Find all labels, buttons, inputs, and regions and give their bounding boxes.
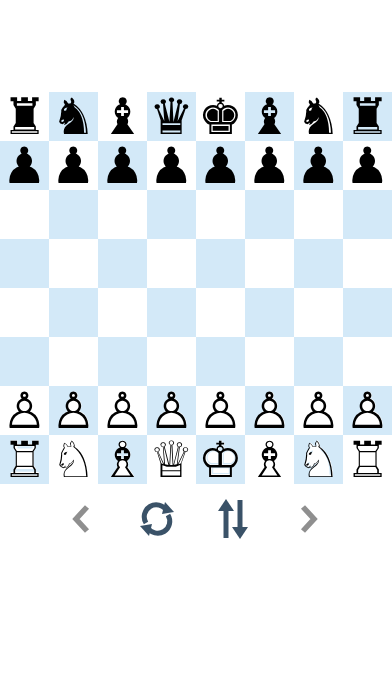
square-h1[interactable]: ♜♖ (343, 435, 392, 484)
white-pawn-outline: ♙ (98, 386, 147, 435)
black-pawn: ♟ (196, 141, 245, 190)
square-a6[interactable] (0, 190, 49, 239)
square-f6[interactable] (245, 190, 294, 239)
white-pawn: ♟♙ (49, 386, 98, 435)
white-queen: ♛♕ (147, 435, 196, 484)
black-pawn-glyph: ♟ (294, 141, 343, 190)
square-d2[interactable]: ♟♙ (147, 386, 196, 435)
square-f5[interactable] (245, 239, 294, 288)
square-c4[interactable] (98, 288, 147, 337)
black-pawn: ♟ (147, 141, 196, 190)
up-down-arrows-icon (216, 498, 250, 540)
chevron-left-icon (71, 504, 91, 534)
white-pawn-outline: ♙ (0, 386, 49, 435)
square-f4[interactable] (245, 288, 294, 337)
square-b8[interactable]: ♞ (49, 92, 98, 141)
black-knight: ♞ (49, 92, 98, 141)
square-d3[interactable] (147, 337, 196, 386)
white-pawn-outline: ♙ (196, 386, 245, 435)
square-h3[interactable] (343, 337, 392, 386)
white-pawn-outline: ♙ (245, 386, 294, 435)
square-e3[interactable] (196, 337, 245, 386)
square-g8[interactable]: ♞ (294, 92, 343, 141)
black-knight-glyph: ♞ (294, 92, 343, 141)
square-g4[interactable] (294, 288, 343, 337)
black-knight-glyph: ♞ (49, 92, 98, 141)
chess-app-screen: ♜♞♝♛♚♝♞♜♟♟♟♟♟♟♟♟♟♙♟♙♟♙♟♙♟♙♟♙♟♙♟♙♜♖♞♘♝♗♛♕… (0, 0, 392, 696)
next-button[interactable] (287, 497, 331, 541)
white-bishop-outline: ♗ (98, 435, 147, 484)
square-e5[interactable] (196, 239, 245, 288)
square-c6[interactable] (98, 190, 147, 239)
controls-bar (59, 497, 392, 541)
square-b5[interactable] (49, 239, 98, 288)
white-pawn-outline: ♙ (343, 386, 392, 435)
square-a7[interactable]: ♟ (0, 141, 49, 190)
square-a2[interactable]: ♟♙ (0, 386, 49, 435)
square-g3[interactable] (294, 337, 343, 386)
black-bishop-glyph: ♝ (98, 92, 147, 141)
white-bishop: ♝♗ (98, 435, 147, 484)
black-rook-glyph: ♜ (0, 92, 49, 141)
black-bishop: ♝ (98, 92, 147, 141)
square-b7[interactable]: ♟ (49, 141, 98, 190)
white-pawn-outline: ♙ (147, 386, 196, 435)
square-d8[interactable]: ♛ (147, 92, 196, 141)
square-b2[interactable]: ♟♙ (49, 386, 98, 435)
square-h8[interactable]: ♜ (343, 92, 392, 141)
black-bishop-glyph: ♝ (245, 92, 294, 141)
black-pawn-glyph: ♟ (49, 141, 98, 190)
chevron-right-icon (299, 504, 319, 534)
white-rook: ♜♖ (0, 435, 49, 484)
black-pawn-glyph: ♟ (98, 141, 147, 190)
square-c1[interactable]: ♝♗ (98, 435, 147, 484)
square-g7[interactable]: ♟ (294, 141, 343, 190)
square-g6[interactable] (294, 190, 343, 239)
square-h5[interactable] (343, 239, 392, 288)
black-pawn: ♟ (49, 141, 98, 190)
square-e8[interactable]: ♚ (196, 92, 245, 141)
square-g5[interactable] (294, 239, 343, 288)
square-b3[interactable] (49, 337, 98, 386)
square-a8[interactable]: ♜ (0, 92, 49, 141)
black-bishop: ♝ (245, 92, 294, 141)
square-g2[interactable]: ♟♙ (294, 386, 343, 435)
square-e1[interactable]: ♚♔ (196, 435, 245, 484)
square-f7[interactable]: ♟ (245, 141, 294, 190)
black-pawn-glyph: ♟ (245, 141, 294, 190)
square-b6[interactable] (49, 190, 98, 239)
white-king-outline: ♔ (196, 435, 245, 484)
black-knight: ♞ (294, 92, 343, 141)
swap-button[interactable] (211, 497, 255, 541)
square-d6[interactable] (147, 190, 196, 239)
square-b1[interactable]: ♞♘ (49, 435, 98, 484)
black-king-glyph: ♚ (196, 92, 245, 141)
white-knight-outline: ♘ (294, 435, 343, 484)
black-rook: ♜ (343, 92, 392, 141)
chess-board: ♜♞♝♛♚♝♞♜♟♟♟♟♟♟♟♟♟♙♟♙♟♙♟♙♟♙♟♙♟♙♟♙♜♖♞♘♝♗♛♕… (0, 92, 392, 484)
white-bishop: ♝♗ (245, 435, 294, 484)
square-h7[interactable]: ♟ (343, 141, 392, 190)
black-queen-glyph: ♛ (147, 92, 196, 141)
white-knight-outline: ♘ (49, 435, 98, 484)
square-e2[interactable]: ♟♙ (196, 386, 245, 435)
white-pawn: ♟♙ (98, 386, 147, 435)
square-c5[interactable] (98, 239, 147, 288)
square-h4[interactable] (343, 288, 392, 337)
white-pawn-outline: ♙ (294, 386, 343, 435)
refresh-icon (137, 499, 177, 539)
square-f3[interactable] (245, 337, 294, 386)
black-pawn: ♟ (0, 141, 49, 190)
previous-button[interactable] (59, 497, 103, 541)
white-pawn: ♟♙ (245, 386, 294, 435)
square-a5[interactable] (0, 239, 49, 288)
square-d1[interactable]: ♛♕ (147, 435, 196, 484)
white-pawn: ♟♙ (294, 386, 343, 435)
square-d4[interactable] (147, 288, 196, 337)
white-bishop-outline: ♗ (245, 435, 294, 484)
square-h6[interactable] (343, 190, 392, 239)
white-pawn: ♟♙ (147, 386, 196, 435)
white-rook: ♜♖ (343, 435, 392, 484)
square-f1[interactable]: ♝♗ (245, 435, 294, 484)
square-c7[interactable]: ♟ (98, 141, 147, 190)
white-rook-outline: ♖ (343, 435, 392, 484)
white-pawn: ♟♙ (0, 386, 49, 435)
black-pawn: ♟ (294, 141, 343, 190)
black-rook: ♜ (0, 92, 49, 141)
black-king: ♚ (196, 92, 245, 141)
black-pawn: ♟ (98, 141, 147, 190)
black-pawn: ♟ (343, 141, 392, 190)
white-pawn-outline: ♙ (49, 386, 98, 435)
square-f8[interactable]: ♝ (245, 92, 294, 141)
white-knight: ♞♘ (49, 435, 98, 484)
black-pawn-glyph: ♟ (0, 141, 49, 190)
square-e7[interactable]: ♟ (196, 141, 245, 190)
square-a1[interactable]: ♜♖ (0, 435, 49, 484)
square-f2[interactable]: ♟♙ (245, 386, 294, 435)
black-pawn-glyph: ♟ (343, 141, 392, 190)
white-pawn: ♟♙ (196, 386, 245, 435)
black-queen: ♛ (147, 92, 196, 141)
square-d5[interactable] (147, 239, 196, 288)
black-rook-glyph: ♜ (343, 92, 392, 141)
square-e4[interactable] (196, 288, 245, 337)
square-g1[interactable]: ♞♘ (294, 435, 343, 484)
square-b4[interactable] (49, 288, 98, 337)
white-king: ♚♔ (196, 435, 245, 484)
square-a4[interactable] (0, 288, 49, 337)
square-a3[interactable] (0, 337, 49, 386)
black-pawn: ♟ (245, 141, 294, 190)
black-pawn-glyph: ♟ (147, 141, 196, 190)
square-h2[interactable]: ♟♙ (343, 386, 392, 435)
black-pawn-glyph: ♟ (196, 141, 245, 190)
square-d7[interactable]: ♟ (147, 141, 196, 190)
white-pawn: ♟♙ (343, 386, 392, 435)
square-c8[interactable]: ♝ (98, 92, 147, 141)
refresh-button[interactable] (135, 497, 179, 541)
white-queen-outline: ♕ (147, 435, 196, 484)
square-c3[interactable] (98, 337, 147, 386)
white-knight: ♞♘ (294, 435, 343, 484)
square-e6[interactable] (196, 190, 245, 239)
square-c2[interactable]: ♟♙ (98, 386, 147, 435)
white-rook-outline: ♖ (0, 435, 49, 484)
